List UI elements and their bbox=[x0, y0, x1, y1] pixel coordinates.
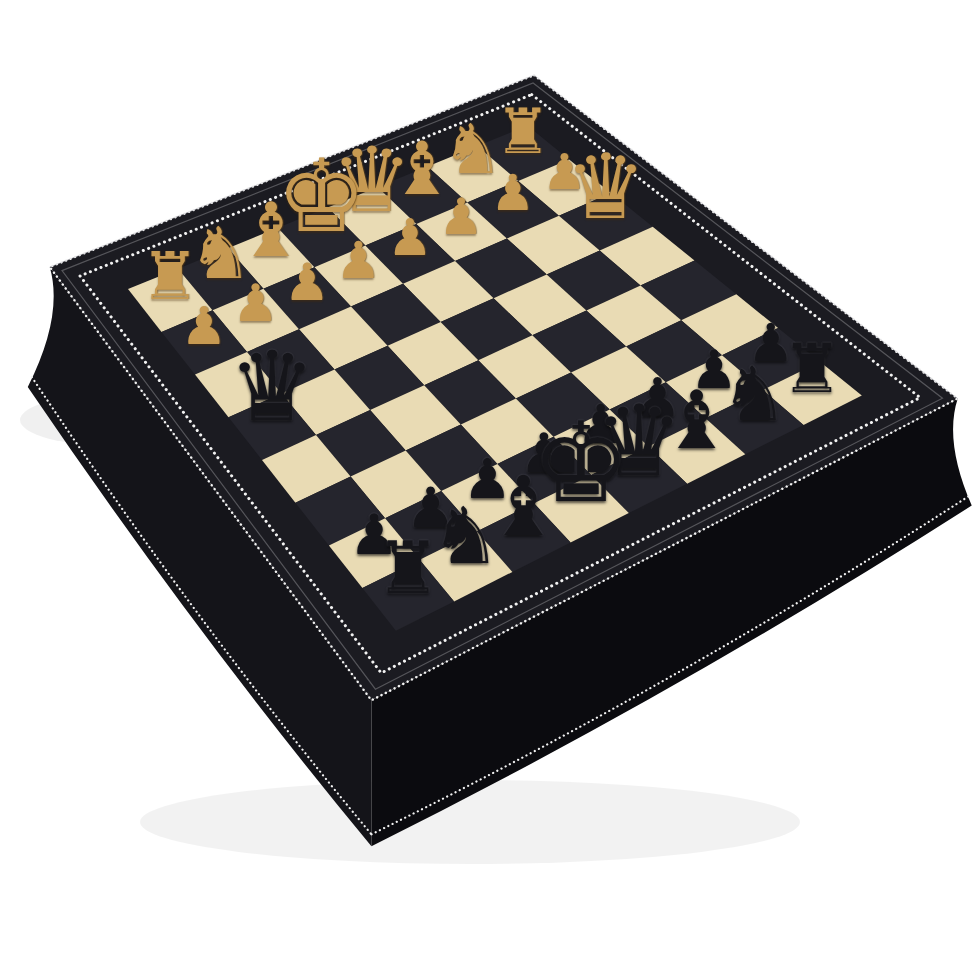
chess-set-product-photo: ♜♞♟♝♟♛♛♟♚♟♝♟♞♟♜♟♟♟♟♜♟♞♛♟♝♟♛♟♚♟♝♟♞♜ bbox=[0, 0, 980, 980]
chess-board bbox=[0, 0, 980, 980]
